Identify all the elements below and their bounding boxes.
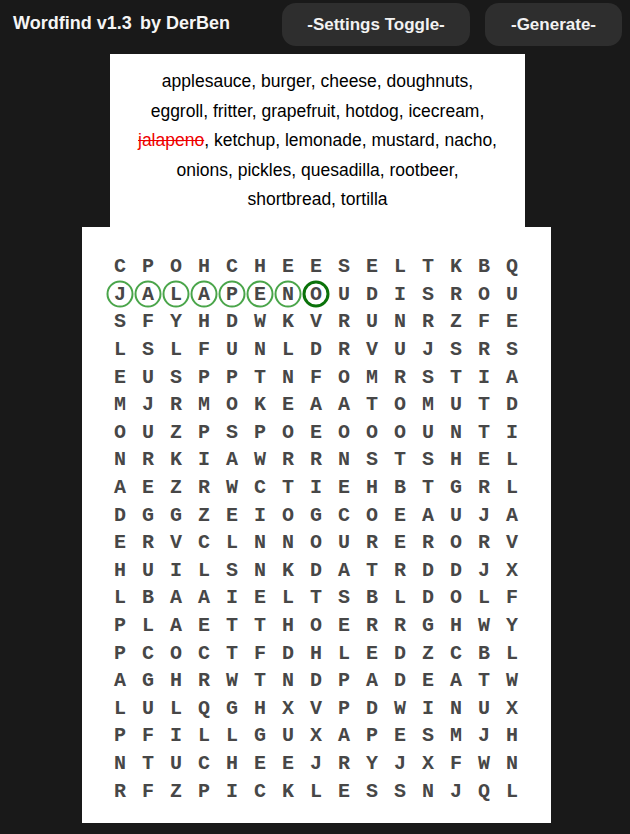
grid-cell[interactable]: L [330,639,358,667]
grid-cell[interactable]: J [470,501,498,529]
grid-cell[interactable]: R [106,777,134,805]
grid-cell[interactable]: X [498,695,526,723]
grid-cell[interactable]: S [162,363,190,391]
grid-cell[interactable]: T [470,419,498,447]
grid-cell[interactable]: T [274,474,302,502]
grid-cell[interactable]: T [470,391,498,419]
grid-cell[interactable]: J [470,722,498,750]
grid-cell[interactable]: G [162,501,190,529]
grid-cell[interactable]: Q [190,695,218,723]
grid-cell[interactable]: S [134,336,162,364]
grid-cell[interactable]: S [106,308,134,336]
grid-cell[interactable]: Z [162,419,190,447]
grid-cell[interactable]: S [414,722,442,750]
grid-cell[interactable]: L [162,695,190,723]
grid-cell[interactable]: G [218,695,246,723]
grid-cell[interactable]: C [190,529,218,557]
grid-cell[interactable]: B [134,584,162,612]
grid-cell[interactable]: K [442,253,470,281]
grid-cell[interactable]: G [302,501,330,529]
grid-cell[interactable]: J [386,750,414,778]
grid-cell[interactable]: S [414,281,442,309]
grid-cell[interactable]: I [498,419,526,447]
grid-cell[interactable]: N [106,446,134,474]
grid-cell[interactable]: E [274,253,302,281]
grid-cell[interactable]: P [218,363,246,391]
grid-cell[interactable]: H [442,446,470,474]
grid-cell[interactable]: H [106,557,134,585]
grid-cell[interactable]: R [330,308,358,336]
grid-cell[interactable]: E [274,391,302,419]
grid-cell[interactable]: T [218,612,246,640]
grid-cell[interactable]: R [302,446,330,474]
grid-cell[interactable]: R [330,336,358,364]
grid-cell[interactable]: S [358,777,386,805]
grid-cell[interactable]: E [414,667,442,695]
grid-cell[interactable]: R [386,363,414,391]
grid-cell[interactable]: F [498,584,526,612]
grid-cell[interactable]: L [498,474,526,502]
grid-cell[interactable]: U [218,336,246,364]
grid-cell[interactable]: T [442,363,470,391]
grid-cell[interactable]: O [330,363,358,391]
grid-cell[interactable]: W [470,750,498,778]
grid-cell[interactable]: R [414,308,442,336]
grid-cell[interactable]: G [442,474,470,502]
grid-cell[interactable]: R [330,750,358,778]
grid-cell[interactable]: R [358,529,386,557]
grid-cell[interactable]: V [498,529,526,557]
grid-cell[interactable]: K [274,777,302,805]
grid-cell[interactable]: K [274,308,302,336]
grid-cell[interactable]: A [330,722,358,750]
grid-cell[interactable]: G [134,667,162,695]
grid-cell[interactable]: N [106,750,134,778]
grid-cell[interactable]: R [162,391,190,419]
grid-cell[interactable]: D [358,695,386,723]
grid-cell[interactable]: H [302,639,330,667]
grid-cell[interactable]: H [246,695,274,723]
grid-cell[interactable]: O [330,419,358,447]
grid-cell[interactable]: O [302,612,330,640]
grid-cell[interactable]: C [330,501,358,529]
grid-cell[interactable]: M [190,391,218,419]
grid-cell[interactable]: B [386,474,414,502]
grid-cell[interactable]: R [442,281,470,309]
grid-cell[interactable]: I [386,281,414,309]
grid-cell[interactable]: R [470,474,498,502]
grid-cell[interactable]: S [498,336,526,364]
grid-cell[interactable]: N [246,557,274,585]
grid-cell[interactable]: X [414,750,442,778]
grid-cell[interactable]: N [274,363,302,391]
grid-cell[interactable]: W [470,612,498,640]
grid-cell[interactable]: E [386,722,414,750]
grid-cell[interactable]: D [302,557,330,585]
grid-cell[interactable]: O [470,281,498,309]
grid-cell[interactable]: R [358,612,386,640]
grid-cell[interactable]: R [134,529,162,557]
grid-cell[interactable]: L [190,557,218,585]
grid-cell[interactable]: F [190,336,218,364]
grid-cell[interactable]: U [274,722,302,750]
grid-cell[interactable]: A [442,667,470,695]
grid-cell[interactable]: A [358,667,386,695]
grid-cell[interactable]: O [274,501,302,529]
grid-cell[interactable]: N [246,529,274,557]
grid-cell[interactable]: E [302,419,330,447]
grid-cell[interactable]: C [190,639,218,667]
grid-cell[interactable]: S [330,584,358,612]
grid-cell[interactable]: N [330,446,358,474]
grid-cell[interactable]: A [106,667,134,695]
grid-cell[interactable]: I [302,474,330,502]
grid-cell[interactable]: Q [498,253,526,281]
grid-cell[interactable]: S [218,419,246,447]
grid-cell[interactable]: E [330,777,358,805]
grid-cell[interactable]: I [470,363,498,391]
grid-cell[interactable]: P [106,722,134,750]
grid-cell[interactable]: E [386,529,414,557]
grid-cell[interactable]: R [274,446,302,474]
grid-cell[interactable]: X [302,722,330,750]
grid-cell[interactable]: I [190,446,218,474]
grid-cell[interactable]: A [414,501,442,529]
grid-cell[interactable]: E [386,501,414,529]
grid-cell[interactable]: W [246,308,274,336]
grid-cell[interactable]: S [386,777,414,805]
grid-cell[interactable]: L [470,584,498,612]
grid-cell[interactable]: N [274,667,302,695]
grid-cell[interactable]: U [134,419,162,447]
generate-button[interactable]: -Generate- [485,3,622,46]
grid-cell[interactable]: D [442,557,470,585]
grid-cell[interactable]: M [358,363,386,391]
grid-cell[interactable]: E [274,750,302,778]
grid-cell[interactable]: T [134,750,162,778]
grid-cell[interactable]: H [274,612,302,640]
grid-cell[interactable]: I [162,722,190,750]
grid-cell[interactable]: P [190,777,218,805]
grid-cell[interactable]: O [162,253,190,281]
grid-cell[interactable]: L [162,336,190,364]
grid-cell[interactable]: A [330,391,358,419]
grid-cell[interactable]: I [218,584,246,612]
grid-cell[interactable]: U [386,336,414,364]
grid-cell[interactable]: P [134,253,162,281]
grid-cell[interactable]: L [498,639,526,667]
grid-cell[interactable]: F [134,722,162,750]
grid-cell[interactable]: E [246,584,274,612]
grid-cell[interactable]: U [442,391,470,419]
grid-cell[interactable]: D [302,336,330,364]
grid-cell[interactable]: E [246,750,274,778]
grid-cell[interactable]: J [470,557,498,585]
grid-cell[interactable]: U [134,363,162,391]
grid-cell[interactable]: P [246,419,274,447]
grid-cell[interactable]: Z [190,501,218,529]
grid-cell[interactable]: K [162,446,190,474]
grid-cell[interactable]: A [190,584,218,612]
grid-cell[interactable]: L [106,336,134,364]
grid-cell[interactable]: T [218,639,246,667]
grid-cell[interactable]: C [246,777,274,805]
grid-cell[interactable]: N [274,281,302,309]
grid-cell[interactable]: F [442,750,470,778]
grid-cell[interactable]: I [162,557,190,585]
grid-cell[interactable]: N [498,750,526,778]
grid-cell[interactable]: J [302,750,330,778]
grid-cell[interactable]: E [498,308,526,336]
grid-cell[interactable]: U [134,695,162,723]
grid-cell[interactable]: J [134,391,162,419]
grid-cell[interactable]: D [106,501,134,529]
grid-cell[interactable]: O [358,501,386,529]
grid-cell[interactable]: L [386,584,414,612]
grid-cell[interactable]: N [414,777,442,805]
grid-cell[interactable]: E [218,501,246,529]
grid-cell[interactable]: L [134,612,162,640]
grid-cell[interactable]: B [358,584,386,612]
grid-cell[interactable]: E [330,474,358,502]
grid-cell[interactable]: I [218,777,246,805]
grid-cell[interactable]: S [218,557,246,585]
grid-cell[interactable]: S [414,363,442,391]
grid-cell[interactable]: C [106,253,134,281]
grid-cell[interactable]: D [386,667,414,695]
grid-cell[interactable]: P [218,281,246,309]
grid-cell[interactable]: E [106,363,134,391]
grid-cell[interactable]: D [414,557,442,585]
grid-cell[interactable]: U [134,557,162,585]
grid-cell[interactable]: O [386,391,414,419]
grid-cell[interactable]: G [246,722,274,750]
grid-cell[interactable]: E [358,639,386,667]
grid-cell[interactable]: E [330,612,358,640]
grid-cell[interactable]: D [274,639,302,667]
grid-cell[interactable]: E [190,612,218,640]
grid-cell[interactable]: T [246,612,274,640]
grid-cell[interactable]: Z [442,308,470,336]
grid-cell[interactable]: T [302,584,330,612]
grid-cell[interactable]: P [106,639,134,667]
grid-cell[interactable]: U [330,529,358,557]
grid-cell[interactable]: P [358,722,386,750]
grid-cell[interactable]: T [470,667,498,695]
grid-cell[interactable]: A [302,391,330,419]
grid-cell[interactable]: D [386,639,414,667]
grid-cell[interactable]: O [442,584,470,612]
grid-cell[interactable]: M [442,722,470,750]
grid-cell[interactable]: U [358,308,386,336]
grid-cell[interactable]: U [162,750,190,778]
grid-cell[interactable]: U [498,281,526,309]
grid-cell[interactable]: Z [162,474,190,502]
grid-cell[interactable]: O [302,529,330,557]
grid-cell[interactable]: N [442,695,470,723]
grid-cell[interactable]: D [218,308,246,336]
grid-cell[interactable]: M [414,391,442,419]
grid-cell[interactable]: A [134,281,162,309]
grid-cell[interactable]: C [246,474,274,502]
grid-cell[interactable]: A [162,584,190,612]
grid-cell[interactable]: L [386,253,414,281]
grid-cell[interactable]: R [134,446,162,474]
grid-cell[interactable]: R [386,557,414,585]
grid-cell[interactable]: O [386,419,414,447]
grid-cell[interactable]: D [302,667,330,695]
grid-cell[interactable]: C [190,750,218,778]
grid-cell[interactable]: A [498,363,526,391]
grid-cell[interactable]: L [218,529,246,557]
grid-cell[interactable]: E [134,474,162,502]
grid-cell[interactable]: L [162,281,190,309]
grid-cell[interactable]: B [470,639,498,667]
grid-cell[interactable]: N [442,419,470,447]
grid-cell[interactable]: V [358,336,386,364]
grid-cell[interactable]: U [442,501,470,529]
grid-cell[interactable]: J [414,336,442,364]
grid-cell[interactable]: S [414,446,442,474]
grid-cell[interactable]: T [386,446,414,474]
grid-cell[interactable]: H [246,253,274,281]
grid-cell[interactable]: U [330,281,358,309]
grid-cell[interactable]: I [246,501,274,529]
grid-cell[interactable]: P [330,695,358,723]
grid-cell[interactable]: W [498,667,526,695]
grid-cell[interactable]: W [218,667,246,695]
grid-cell[interactable]: P [106,612,134,640]
grid-cell[interactable]: R [470,336,498,364]
grid-cell[interactable]: O [442,529,470,557]
grid-cell[interactable]: G [414,612,442,640]
grid-cell[interactable]: F [470,308,498,336]
grid-cell[interactable]: U [414,419,442,447]
grid-cell[interactable]: L [274,336,302,364]
grid-cell[interactable]: Y [498,612,526,640]
grid-cell[interactable]: E [302,253,330,281]
grid-cell[interactable]: T [246,363,274,391]
grid-cell[interactable]: Z [414,639,442,667]
grid-cell[interactable]: T [414,474,442,502]
grid-cell[interactable]: R [386,612,414,640]
grid-cell[interactable]: P [190,419,218,447]
grid-cell[interactable]: F [134,777,162,805]
grid-cell[interactable]: A [190,281,218,309]
grid-cell[interactable]: L [498,446,526,474]
grid-cell[interactable]: Y [162,308,190,336]
grid-cell[interactable]: D [498,391,526,419]
grid-cell[interactable]: S [358,446,386,474]
grid-cell[interactable]: L [218,722,246,750]
grid-cell[interactable]: T [414,253,442,281]
grid-cell[interactable]: H [162,667,190,695]
grid-cell[interactable]: J [442,777,470,805]
grid-cell[interactable]: N [386,308,414,336]
grid-cell[interactable]: L [498,777,526,805]
grid-cell[interactable]: C [218,253,246,281]
grid-cell[interactable]: A [106,474,134,502]
grid-cell[interactable]: K [274,557,302,585]
grid-cell[interactable]: L [190,722,218,750]
grid-cell[interactable]: H [190,253,218,281]
grid-cell[interactable]: X [274,695,302,723]
grid-cell[interactable]: L [302,777,330,805]
grid-cell[interactable]: F [246,639,274,667]
grid-cell[interactable]: L [106,584,134,612]
grid-cell[interactable]: H [218,750,246,778]
grid-cell[interactable]: E [358,253,386,281]
grid-cell[interactable]: R [470,529,498,557]
grid-cell[interactable]: M [106,391,134,419]
grid-cell[interactable]: C [134,639,162,667]
grid-cell[interactable]: H [498,722,526,750]
grid-cell[interactable]: L [106,695,134,723]
grid-cell[interactable]: T [246,667,274,695]
grid-cell[interactable]: I [414,695,442,723]
grid-cell[interactable]: E [470,446,498,474]
grid-cell[interactable]: J [106,281,134,309]
grid-cell[interactable]: U [470,695,498,723]
grid-cell[interactable]: R [190,474,218,502]
grid-cell[interactable]: X [498,557,526,585]
grid-cell[interactable]: O [106,419,134,447]
grid-cell[interactable]: W [246,446,274,474]
grid-cell[interactable]: F [134,308,162,336]
grid-cell[interactable]: N [246,336,274,364]
grid-cell[interactable]: A [330,557,358,585]
grid-cell[interactable]: E [246,281,274,309]
grid-cell[interactable]: W [386,695,414,723]
grid-cell[interactable]: O [274,419,302,447]
grid-cell[interactable]: V [302,695,330,723]
grid-cell[interactable]: A [162,612,190,640]
grid-cell[interactable]: F [302,363,330,391]
grid-cell[interactable]: N [274,529,302,557]
grid-cell[interactable]: Y [358,750,386,778]
grid-cell[interactable]: R [190,667,218,695]
grid-cell[interactable]: O [162,639,190,667]
grid-cell[interactable]: H [190,308,218,336]
grid-cell[interactable]: Q [470,777,498,805]
grid-cell[interactable]: A [498,501,526,529]
grid-cell[interactable]: R [414,529,442,557]
grid-cell[interactable]: D [414,584,442,612]
grid-cell[interactable]: H [358,474,386,502]
grid-cell[interactable]: Z [162,777,190,805]
grid-cell[interactable]: D [358,281,386,309]
grid-cell[interactable]: V [162,529,190,557]
grid-cell[interactable]: H [442,612,470,640]
settings-toggle-button[interactable]: -Settings Toggle- [282,3,470,46]
grid-cell[interactable]: O [218,391,246,419]
grid-cell[interactable]: L [274,584,302,612]
grid-cell[interactable]: P [190,363,218,391]
grid-cell[interactable]: P [330,667,358,695]
grid-cell[interactable]: A [218,446,246,474]
grid-cell[interactable]: B [470,253,498,281]
grid-cell[interactable]: V [302,308,330,336]
grid-cell[interactable]: E [106,529,134,557]
grid-cell[interactable]: T [358,557,386,585]
grid-cell[interactable]: S [442,336,470,364]
grid-cell[interactable]: S [330,253,358,281]
grid-cell[interactable]: C [442,639,470,667]
grid-cell[interactable]: W [218,474,246,502]
grid-cell[interactable]: G [134,501,162,529]
grid-cell[interactable]: O [358,419,386,447]
grid-cell[interactable]: K [246,391,274,419]
